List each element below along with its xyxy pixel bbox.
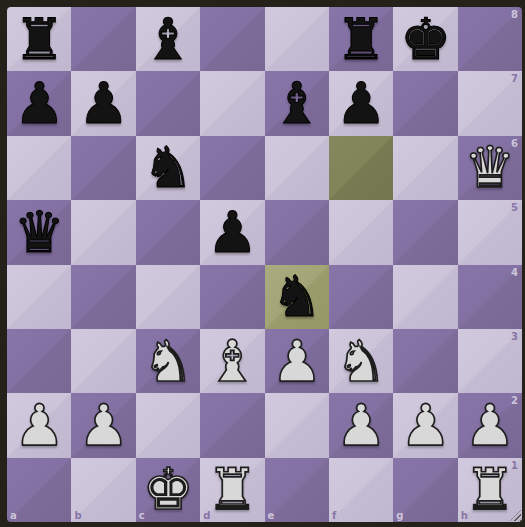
square-f2[interactable]: ♟: [329, 393, 393, 457]
rank-label-3: 3: [511, 331, 518, 342]
piece-white-king[interactable]: ♚: [136, 458, 200, 522]
square-e6[interactable]: [265, 136, 329, 200]
square-c3[interactable]: ♞: [136, 329, 200, 393]
piece-white-knight[interactable]: ♞: [136, 329, 200, 393]
rank-label-7: 7: [511, 73, 518, 84]
piece-black-pawn[interactable]: ♟: [200, 200, 264, 264]
piece-white-pawn[interactable]: ♟: [71, 393, 135, 457]
square-f8[interactable]: ♜: [329, 7, 393, 71]
piece-black-rook[interactable]: ♜: [329, 7, 393, 71]
piece-black-knight[interactable]: ♞: [265, 265, 329, 329]
square-c7[interactable]: [136, 71, 200, 135]
square-h4[interactable]: 4: [458, 265, 522, 329]
square-c8[interactable]: ♝: [136, 7, 200, 71]
square-d6[interactable]: [200, 136, 264, 200]
square-c6[interactable]: ♞: [136, 136, 200, 200]
piece-white-queen[interactable]: ♛: [458, 136, 522, 200]
square-h3[interactable]: 3: [458, 329, 522, 393]
square-d2[interactable]: [200, 393, 264, 457]
square-c5[interactable]: [136, 200, 200, 264]
piece-white-pawn[interactable]: ♟: [7, 393, 71, 457]
square-g7[interactable]: [393, 71, 457, 135]
square-b5[interactable]: [71, 200, 135, 264]
piece-black-bishop[interactable]: ♝: [136, 7, 200, 71]
square-f5[interactable]: [329, 200, 393, 264]
file-label-b: b: [74, 510, 81, 521]
square-h7[interactable]: 7: [458, 71, 522, 135]
square-a3[interactable]: [7, 329, 71, 393]
square-d4[interactable]: [200, 265, 264, 329]
square-h1[interactable]: ♜1h: [458, 458, 522, 522]
square-c4[interactable]: [136, 265, 200, 329]
square-f4[interactable]: [329, 265, 393, 329]
page-background: ♜♝♜♚8♟♟♝♟7♞♛6♛♟5♞4♞♝♟♞3♟♟♟♟♟2ab♚c♜defg♜1…: [0, 0, 525, 527]
square-c1[interactable]: ♚c: [136, 458, 200, 522]
square-e2[interactable]: [265, 393, 329, 457]
piece-white-knight[interactable]: ♞: [329, 329, 393, 393]
rank-label-5: 5: [511, 202, 518, 213]
piece-black-pawn[interactable]: ♟: [71, 71, 135, 135]
square-a5[interactable]: ♛: [7, 200, 71, 264]
rank-label-8: 8: [511, 9, 518, 20]
file-label-e: e: [268, 510, 275, 521]
square-a2[interactable]: ♟: [7, 393, 71, 457]
rank-label-4: 4: [511, 267, 518, 278]
square-g8[interactable]: ♚: [393, 7, 457, 71]
piece-black-king[interactable]: ♚: [393, 7, 457, 71]
square-g6[interactable]: [393, 136, 457, 200]
piece-white-pawn[interactable]: ♟: [329, 393, 393, 457]
square-b1[interactable]: b: [71, 458, 135, 522]
square-h2[interactable]: ♟2: [458, 393, 522, 457]
square-f1[interactable]: f: [329, 458, 393, 522]
square-f3[interactable]: ♞: [329, 329, 393, 393]
piece-black-queen[interactable]: ♛: [7, 200, 71, 264]
square-e8[interactable]: [265, 7, 329, 71]
square-d3[interactable]: ♝: [200, 329, 264, 393]
square-e3[interactable]: ♟: [265, 329, 329, 393]
square-b6[interactable]: [71, 136, 135, 200]
square-d7[interactable]: [200, 71, 264, 135]
square-d1[interactable]: ♜d: [200, 458, 264, 522]
square-g5[interactable]: [393, 200, 457, 264]
piece-black-pawn[interactable]: ♟: [7, 71, 71, 135]
square-f6[interactable]: [329, 136, 393, 200]
piece-black-pawn[interactable]: ♟: [329, 71, 393, 135]
square-b2[interactable]: ♟: [71, 393, 135, 457]
piece-white-pawn[interactable]: ♟: [458, 393, 522, 457]
square-a8[interactable]: ♜: [7, 7, 71, 71]
piece-black-knight[interactable]: ♞: [136, 136, 200, 200]
square-c2[interactable]: [136, 393, 200, 457]
square-a6[interactable]: [7, 136, 71, 200]
file-label-f: f: [332, 510, 336, 521]
piece-black-rook[interactable]: ♜: [7, 7, 71, 71]
piece-black-bishop[interactable]: ♝: [265, 71, 329, 135]
square-a4[interactable]: [7, 265, 71, 329]
chess-board: ♜♝♜♚8♟♟♝♟7♞♛6♛♟5♞4♞♝♟♞3♟♟♟♟♟2ab♚c♜defg♜1…: [7, 7, 522, 522]
square-d5[interactable]: ♟: [200, 200, 264, 264]
square-g2[interactable]: ♟: [393, 393, 457, 457]
piece-white-pawn[interactable]: ♟: [265, 329, 329, 393]
square-a1[interactable]: a: [7, 458, 71, 522]
piece-white-rook[interactable]: ♜: [458, 458, 522, 522]
square-e7[interactable]: ♝: [265, 71, 329, 135]
square-b4[interactable]: [71, 265, 135, 329]
piece-white-bishop[interactable]: ♝: [200, 329, 264, 393]
piece-white-pawn[interactable]: ♟: [393, 393, 457, 457]
square-h5[interactable]: 5: [458, 200, 522, 264]
square-h6[interactable]: ♛6: [458, 136, 522, 200]
square-b7[interactable]: ♟: [71, 71, 135, 135]
square-b3[interactable]: [71, 329, 135, 393]
square-g1[interactable]: g: [393, 458, 457, 522]
square-e1[interactable]: e: [265, 458, 329, 522]
square-f7[interactable]: ♟: [329, 71, 393, 135]
square-g4[interactable]: [393, 265, 457, 329]
square-e5[interactable]: [265, 200, 329, 264]
square-b8[interactable]: [71, 7, 135, 71]
square-h8[interactable]: 8: [458, 7, 522, 71]
square-a7[interactable]: ♟: [7, 71, 71, 135]
file-label-g: g: [396, 510, 403, 521]
square-e4[interactable]: ♞: [265, 265, 329, 329]
file-label-a: a: [10, 510, 17, 521]
square-g3[interactable]: [393, 329, 457, 393]
piece-white-rook[interactable]: ♜: [200, 458, 264, 522]
square-d8[interactable]: [200, 7, 264, 71]
